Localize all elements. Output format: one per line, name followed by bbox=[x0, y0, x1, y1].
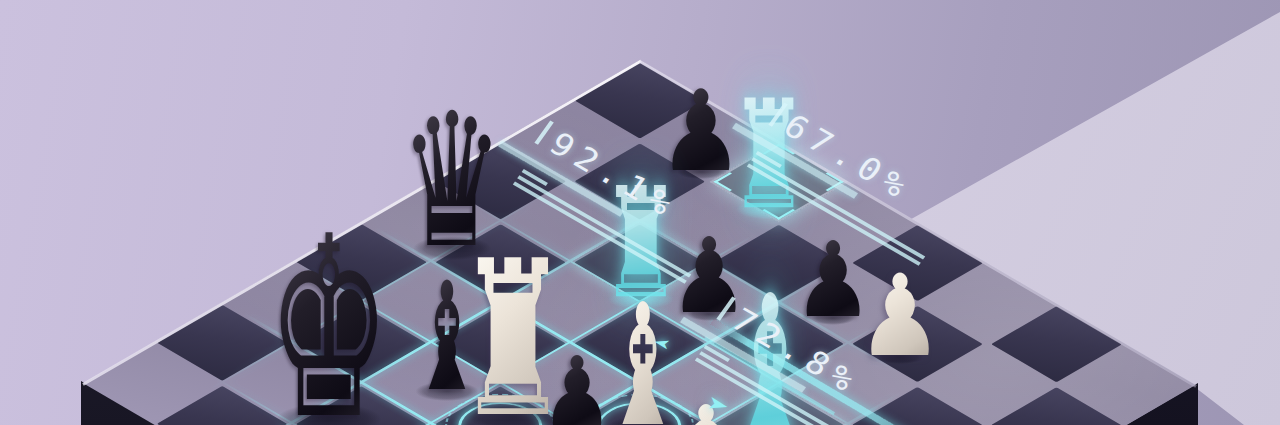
move-arrow-right-icon: ➤ bbox=[705, 393, 731, 416]
black-king-b2: ♚ bbox=[267, 204, 390, 425]
move-arrow-left-icon: ➤ bbox=[652, 335, 672, 353]
white-pawn-f7: ♟ bbox=[857, 260, 943, 373]
black-pawn-d4: ♟ bbox=[540, 344, 613, 425]
chess-scene: ♟♜♛♜♟♟♟♝♜♚♟♝♝♟ ➤ ➤ 92.1% 67.0% 72.8% bbox=[0, 0, 1280, 425]
